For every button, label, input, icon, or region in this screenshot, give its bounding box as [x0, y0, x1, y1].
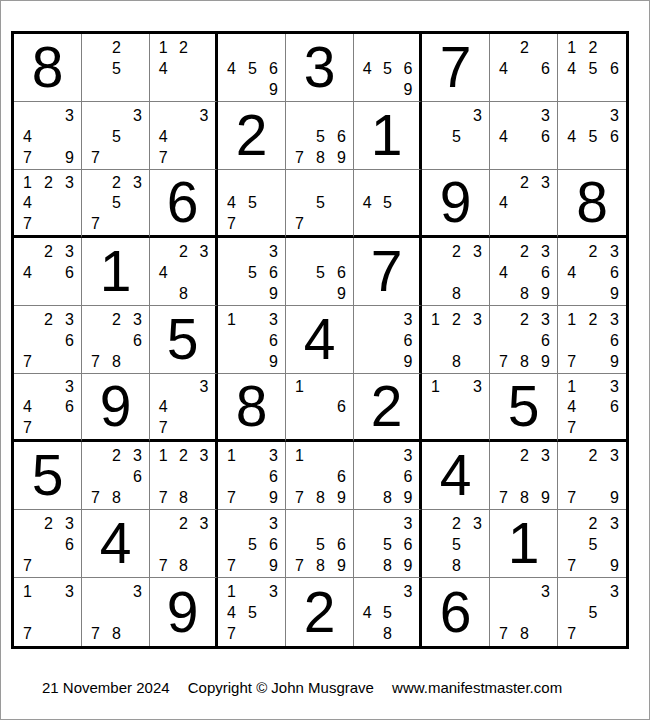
- candidate-3: 3: [194, 377, 214, 397]
- pencil-marks: 13: [422, 374, 489, 439]
- pencil-marks: 2348: [150, 238, 215, 305]
- cell-r7c9: 2379: [558, 442, 626, 510]
- candidate-6: 6: [535, 262, 556, 283]
- cell-r8c4: 35679: [218, 510, 286, 578]
- pencil-marks: 23579: [558, 510, 626, 577]
- footer-url: www.manifestmaster.com: [392, 679, 562, 696]
- candidate-3: 3: [127, 581, 148, 602]
- candidate-2: 2: [446, 241, 467, 262]
- given-digit: 1: [490, 510, 557, 577]
- candidate-7: 7: [153, 147, 173, 168]
- pencil-marks: 57: [286, 170, 353, 235]
- candidate-2: 2: [38, 513, 59, 534]
- candidate-2: 2: [106, 37, 127, 58]
- candidate-3: 3: [59, 241, 80, 262]
- cell-r6c3: 347: [150, 374, 218, 442]
- candidate-3: 3: [127, 173, 148, 193]
- candidate-6: 6: [535, 126, 556, 147]
- candidate-9: 9: [331, 555, 352, 576]
- cell-r1c5: 3: [286, 34, 354, 102]
- candidate-5: 5: [582, 58, 603, 79]
- candidate-3: 3: [398, 513, 418, 534]
- candidate-3: 3: [604, 445, 625, 466]
- candidate-1: 1: [425, 377, 446, 397]
- pencil-marks: 234689: [490, 238, 557, 305]
- pencil-marks: 13457: [218, 578, 285, 646]
- candidate-5: 5: [106, 58, 127, 79]
- candidate-5: 5: [377, 534, 397, 555]
- cell-r7c7: 4: [422, 442, 490, 510]
- candidate-4: 4: [221, 602, 242, 623]
- given-digit: 8: [558, 170, 626, 235]
- cell-r3c6: 45: [354, 170, 422, 238]
- pencil-marks: 236789: [490, 306, 557, 373]
- candidate-5: 5: [310, 193, 331, 213]
- candidate-5: 5: [377, 193, 397, 213]
- pencil-marks: 23469: [558, 238, 626, 305]
- cell-r2c3: 347: [150, 102, 218, 170]
- candidate-3: 3: [263, 241, 284, 262]
- candidate-9: 9: [263, 283, 284, 304]
- cell-r2c7: 35: [422, 102, 490, 170]
- candidate-7: 7: [85, 214, 106, 234]
- candidate-3: 3: [59, 581, 80, 602]
- candidate-4: 4: [493, 262, 514, 283]
- candidate-4: 4: [493, 126, 514, 147]
- candidate-7: 7: [493, 624, 514, 645]
- candidate-3: 3: [194, 513, 214, 534]
- cell-r1c7: 7: [422, 34, 490, 102]
- cell-r5c9: 123679: [558, 306, 626, 374]
- pencil-marks: 56789: [286, 102, 353, 169]
- candidate-6: 6: [263, 58, 284, 79]
- candidate-6: 6: [398, 534, 418, 555]
- candidate-2: 2: [514, 241, 535, 262]
- pencil-marks: 16: [286, 374, 353, 439]
- candidate-4: 4: [17, 262, 38, 283]
- candidate-3: 3: [127, 309, 148, 330]
- candidate-8: 8: [514, 487, 535, 508]
- candidate-4: 4: [561, 126, 582, 147]
- candidate-9: 9: [263, 351, 284, 372]
- pencil-marks: 16789: [286, 442, 353, 509]
- candidate-8: 8: [446, 283, 467, 304]
- candidate-7: 7: [221, 487, 242, 508]
- cell-r6c7: 13: [422, 374, 490, 442]
- candidate-2: 2: [106, 309, 127, 330]
- candidate-3: 3: [194, 445, 214, 466]
- candidate-6: 6: [263, 330, 284, 351]
- candidate-6: 6: [535, 58, 556, 79]
- candidate-7: 7: [17, 351, 38, 372]
- candidate-3: 3: [263, 513, 284, 534]
- candidate-6: 6: [263, 262, 284, 283]
- cell-r8c9: 23579: [558, 510, 626, 578]
- candidate-1: 1: [561, 37, 582, 58]
- pencil-marks: 569: [286, 238, 353, 305]
- cell-r8c8: 1: [490, 510, 558, 578]
- candidate-3: 3: [535, 445, 556, 466]
- cell-r5c8: 236789: [490, 306, 558, 374]
- candidate-3: 3: [535, 173, 556, 193]
- cell-r6c1: 3467: [14, 374, 82, 442]
- cell-r7c6: 3689: [354, 442, 422, 510]
- candidate-3: 3: [59, 173, 80, 193]
- candidate-2: 2: [582, 309, 603, 330]
- pencil-marks: 2357: [82, 170, 149, 235]
- candidate-2: 2: [446, 309, 467, 330]
- candidate-6: 6: [59, 330, 80, 351]
- candidate-7: 7: [493, 487, 514, 508]
- given-digit: 8: [14, 34, 81, 101]
- pencil-marks: 378: [490, 578, 557, 646]
- cell-r4c1: 2346: [14, 238, 82, 306]
- candidate-2: 2: [514, 309, 535, 330]
- candidate-8: 8: [310, 555, 331, 576]
- pencil-marks: 346: [490, 102, 557, 169]
- candidate-8: 8: [310, 147, 331, 168]
- candidate-6: 6: [59, 397, 80, 417]
- candidate-3: 3: [59, 377, 80, 397]
- candidate-6: 6: [263, 534, 284, 555]
- candidate-2: 2: [173, 445, 193, 466]
- candidate-9: 9: [331, 147, 352, 168]
- candidate-4: 4: [17, 193, 38, 213]
- candidate-1: 1: [221, 309, 242, 330]
- candidate-3: 3: [263, 309, 284, 330]
- candidate-1: 1: [289, 377, 310, 397]
- pencil-marks: 369: [354, 306, 419, 373]
- candidate-4: 4: [561, 58, 582, 79]
- cell-r1c1: 8: [14, 34, 82, 102]
- pencil-marks: 3467: [14, 374, 81, 439]
- cell-r3c4: 457: [218, 170, 286, 238]
- given-digit: 5: [490, 374, 557, 439]
- cell-r9c7: 6: [422, 578, 490, 646]
- candidate-4: 4: [221, 58, 242, 79]
- given-digit: 6: [422, 578, 489, 646]
- cell-r9c1: 137: [14, 578, 82, 646]
- candidate-4: 4: [153, 126, 173, 147]
- candidate-4: 4: [17, 126, 38, 147]
- candidate-8: 8: [173, 555, 193, 576]
- candidate-6: 6: [127, 466, 148, 487]
- candidate-9: 9: [263, 487, 284, 508]
- candidate-3: 3: [398, 581, 418, 602]
- candidate-9: 9: [604, 351, 625, 372]
- candidate-8: 8: [106, 351, 127, 372]
- candidate-2: 2: [38, 241, 59, 262]
- footer-copyright: Copyright © John Musgrave: [188, 679, 374, 696]
- candidate-7: 7: [85, 624, 106, 645]
- candidate-3: 3: [59, 309, 80, 330]
- cell-r3c2: 2357: [82, 170, 150, 238]
- candidate-6: 6: [604, 262, 625, 283]
- puzzle-page: 8251244569345697246124563479357347256789…: [0, 0, 650, 720]
- candidate-7: 7: [561, 418, 582, 438]
- pencil-marks: 238: [422, 238, 489, 305]
- candidate-6: 6: [604, 126, 625, 147]
- cell-r5c6: 369: [354, 306, 422, 374]
- candidate-6: 6: [331, 126, 352, 147]
- candidate-7: 7: [289, 555, 310, 576]
- pencil-marks: 2367: [14, 510, 81, 577]
- pencil-marks: 23678: [82, 442, 149, 509]
- candidate-6: 6: [331, 534, 352, 555]
- candidate-2: 2: [38, 309, 59, 330]
- candidate-1: 1: [153, 37, 173, 58]
- cell-r1c4: 4569: [218, 34, 286, 102]
- given-digit: 2: [354, 374, 419, 439]
- candidate-7: 7: [153, 487, 173, 508]
- given-digit: 2: [286, 578, 353, 646]
- candidate-3: 3: [398, 445, 418, 466]
- given-digit: 9: [422, 170, 489, 235]
- pencil-marks: 357: [82, 102, 149, 169]
- candidate-1: 1: [17, 581, 38, 602]
- candidate-3: 3: [127, 105, 148, 126]
- cell-r9c5: 2: [286, 578, 354, 646]
- candidate-9: 9: [398, 555, 418, 576]
- candidate-8: 8: [514, 283, 535, 304]
- cell-r8c3: 2378: [150, 510, 218, 578]
- cell-r9c8: 378: [490, 578, 558, 646]
- pencil-marks: 23678: [82, 306, 149, 373]
- candidate-4: 4: [493, 58, 514, 79]
- candidate-6: 6: [331, 466, 352, 487]
- given-digit: 3: [286, 34, 353, 101]
- candidate-5: 5: [310, 534, 331, 555]
- pencil-marks: 13467: [558, 374, 626, 439]
- cell-r1c8: 246: [490, 34, 558, 102]
- candidate-3: 3: [194, 105, 214, 126]
- given-digit: 9: [82, 374, 149, 439]
- candidate-7: 7: [17, 147, 38, 168]
- candidate-1: 1: [17, 173, 38, 193]
- candidate-2: 2: [106, 173, 127, 193]
- cell-r7c8: 23789: [490, 442, 558, 510]
- pencil-marks: 3569: [218, 238, 285, 305]
- cell-r3c5: 57: [286, 170, 354, 238]
- candidate-6: 6: [263, 466, 284, 487]
- candidate-3: 3: [604, 513, 625, 534]
- pencil-marks: 13679: [218, 442, 285, 509]
- pencil-marks: 4569: [218, 34, 285, 101]
- cell-r8c7: 2358: [422, 510, 490, 578]
- candidate-8: 8: [446, 351, 467, 372]
- pencil-marks: 2378: [150, 510, 215, 577]
- cell-r2c1: 3479: [14, 102, 82, 170]
- cell-r6c9: 13467: [558, 374, 626, 442]
- candidate-6: 6: [59, 534, 80, 555]
- candidate-5: 5: [242, 58, 263, 79]
- candidate-3: 3: [604, 309, 625, 330]
- candidate-4: 4: [561, 397, 582, 417]
- candidate-3: 3: [127, 445, 148, 466]
- candidate-9: 9: [263, 79, 284, 100]
- candidate-6: 6: [604, 58, 625, 79]
- candidate-5: 5: [106, 126, 127, 147]
- cell-r5c4: 1369: [218, 306, 286, 374]
- candidate-7: 7: [561, 351, 582, 372]
- cell-r5c2: 23678: [82, 306, 150, 374]
- cell-r2c2: 357: [82, 102, 150, 170]
- candidate-6: 6: [127, 330, 148, 351]
- pencil-marks: 357: [558, 578, 626, 646]
- candidate-3: 3: [535, 105, 556, 126]
- given-digit: 1: [354, 102, 419, 169]
- candidate-6: 6: [331, 262, 352, 283]
- candidate-9: 9: [535, 283, 556, 304]
- candidate-3: 3: [467, 309, 488, 330]
- candidate-2: 2: [173, 37, 193, 58]
- candidate-5: 5: [310, 262, 331, 283]
- cell-r2c4: 2: [218, 102, 286, 170]
- given-digit: 4: [82, 510, 149, 577]
- cell-r9c4: 13457: [218, 578, 286, 646]
- candidate-3: 3: [59, 105, 80, 126]
- candidate-5: 5: [582, 534, 603, 555]
- candidate-7: 7: [153, 555, 173, 576]
- candidate-8: 8: [514, 624, 535, 645]
- cell-r7c2: 23678: [82, 442, 150, 510]
- cell-r2c8: 346: [490, 102, 558, 170]
- candidate-6: 6: [604, 330, 625, 351]
- cell-r7c5: 16789: [286, 442, 354, 510]
- candidate-9: 9: [604, 283, 625, 304]
- pencil-marks: 1238: [422, 306, 489, 373]
- cell-r4c5: 569: [286, 238, 354, 306]
- candidate-4: 4: [17, 397, 38, 417]
- candidate-7: 7: [17, 555, 38, 576]
- candidate-5: 5: [446, 126, 467, 147]
- cell-r8c5: 56789: [286, 510, 354, 578]
- cell-r6c5: 16: [286, 374, 354, 442]
- candidate-2: 2: [582, 513, 603, 534]
- cell-r6c4: 8: [218, 374, 286, 442]
- cell-r6c6: 2: [354, 374, 422, 442]
- cell-r4c7: 238: [422, 238, 490, 306]
- candidate-3: 3: [263, 445, 284, 466]
- given-digit: 4: [286, 306, 353, 373]
- candidate-1: 1: [425, 309, 446, 330]
- candidate-3: 3: [398, 309, 418, 330]
- candidate-1: 1: [561, 377, 582, 397]
- pencil-marks: 45: [354, 170, 419, 235]
- candidate-5: 5: [582, 602, 603, 623]
- candidate-3: 3: [59, 513, 80, 534]
- pencil-marks: 56789: [286, 510, 353, 577]
- candidate-3: 3: [194, 241, 214, 262]
- candidate-2: 2: [582, 445, 603, 466]
- candidate-8: 8: [514, 351, 535, 372]
- pencil-marks: 234: [490, 170, 557, 235]
- candidate-9: 9: [398, 487, 418, 508]
- candidate-7: 7: [85, 147, 106, 168]
- candidate-4: 4: [153, 397, 173, 417]
- candidate-8: 8: [173, 283, 193, 304]
- pencil-marks: 23789: [490, 442, 557, 509]
- candidate-9: 9: [398, 79, 418, 100]
- cell-r6c8: 5: [490, 374, 558, 442]
- cell-r2c5: 56789: [286, 102, 354, 170]
- pencil-marks: 137: [14, 578, 81, 646]
- pencil-marks: 3456: [558, 102, 626, 169]
- pencil-marks: 457: [218, 170, 285, 235]
- cell-r1c3: 124: [150, 34, 218, 102]
- pencil-marks: 1369: [218, 306, 285, 373]
- candidate-4: 4: [493, 193, 514, 213]
- candidate-7: 7: [221, 555, 242, 576]
- cell-r2c6: 1: [354, 102, 422, 170]
- candidate-9: 9: [263, 555, 284, 576]
- given-digit: 4: [422, 442, 489, 509]
- candidate-7: 7: [289, 147, 310, 168]
- cell-r7c3: 12378: [150, 442, 218, 510]
- pencil-marks: 12456: [558, 34, 626, 101]
- pencil-marks: 12378: [150, 442, 215, 509]
- candidate-5: 5: [242, 602, 263, 623]
- cell-r9c9: 357: [558, 578, 626, 646]
- candidate-4: 4: [561, 262, 582, 283]
- candidate-2: 2: [514, 37, 535, 58]
- cell-r4c8: 234689: [490, 238, 558, 306]
- pencil-marks: 35689: [354, 510, 419, 577]
- candidate-9: 9: [535, 351, 556, 372]
- candidate-8: 8: [377, 555, 397, 576]
- candidate-6: 6: [535, 330, 556, 351]
- pencil-marks: 35: [422, 102, 489, 169]
- cell-r7c1: 5: [14, 442, 82, 510]
- pencil-marks: 25: [82, 34, 149, 101]
- candidate-9: 9: [331, 487, 352, 508]
- cell-r3c9: 8: [558, 170, 626, 238]
- footer-date: 21 November 2024: [42, 679, 170, 696]
- candidate-7: 7: [221, 214, 242, 234]
- given-digit: 2: [218, 102, 285, 169]
- candidate-5: 5: [446, 534, 467, 555]
- candidate-5: 5: [377, 58, 397, 79]
- candidate-7: 7: [17, 418, 38, 438]
- candidate-4: 4: [153, 58, 173, 79]
- pencil-marks: 123679: [558, 306, 626, 373]
- candidate-2: 2: [173, 513, 193, 534]
- cell-r9c2: 378: [82, 578, 150, 646]
- pencil-marks: 3458: [354, 578, 419, 646]
- candidate-3: 3: [604, 105, 625, 126]
- candidate-8: 8: [377, 487, 397, 508]
- candidate-6: 6: [398, 466, 418, 487]
- candidate-3: 3: [535, 309, 556, 330]
- candidate-8: 8: [106, 624, 127, 645]
- candidate-7: 7: [289, 487, 310, 508]
- given-digit: 5: [14, 442, 81, 509]
- candidate-2: 2: [582, 241, 603, 262]
- candidate-7: 7: [17, 214, 38, 234]
- candidate-7: 7: [289, 214, 310, 234]
- cell-r5c1: 2367: [14, 306, 82, 374]
- cell-r4c3: 2348: [150, 238, 218, 306]
- candidate-7: 7: [17, 624, 38, 645]
- candidate-8: 8: [310, 487, 331, 508]
- cell-r2c9: 3456: [558, 102, 626, 170]
- candidate-5: 5: [242, 193, 263, 213]
- candidate-2: 2: [446, 513, 467, 534]
- pencil-marks: 4569: [354, 34, 419, 101]
- candidate-6: 6: [398, 58, 418, 79]
- cell-r5c7: 1238: [422, 306, 490, 374]
- pencil-marks: 246: [490, 34, 557, 101]
